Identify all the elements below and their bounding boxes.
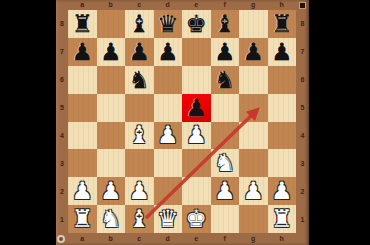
rank-label-4: 4 <box>56 122 68 150</box>
square-g4[interactable] <box>239 122 268 150</box>
rank-label-6: 6 <box>56 66 68 94</box>
rank-label-7: 7 <box>56 38 68 66</box>
file-label-h: h <box>268 0 297 10</box>
square-c2[interactable]: ♟ <box>125 177 154 205</box>
square-e7[interactable] <box>182 38 211 66</box>
piece-black-king: ♚ <box>185 12 207 36</box>
piece-black-pawn: ♟ <box>100 40 122 64</box>
square-e6[interactable] <box>182 66 211 94</box>
piece-black-queen: ♛ <box>157 12 179 36</box>
rank-labels-right: 87654321 <box>296 10 309 233</box>
square-f8[interactable]: ♝ <box>211 10 240 38</box>
square-f4[interactable] <box>211 122 240 150</box>
rank-label-2: 2 <box>296 177 309 205</box>
square-c1[interactable]: ♝ <box>125 205 154 233</box>
file-label-b: b <box>97 233 126 245</box>
square-c6[interactable]: ♞ <box>125 66 154 94</box>
square-c7[interactable]: ♟ <box>125 38 154 66</box>
piece-white-pawn: ♟ <box>185 123 207 147</box>
square-a8[interactable]: ♜ <box>68 10 97 38</box>
rank-label-2: 2 <box>56 177 68 205</box>
piece-white-knight: ♞ <box>100 207 122 231</box>
rank-label-1: 1 <box>56 205 68 233</box>
square-b1[interactable]: ♞ <box>97 205 126 233</box>
square-h1[interactable]: ♜ <box>268 205 297 233</box>
square-a6[interactable] <box>68 66 97 94</box>
square-b5[interactable] <box>97 94 126 122</box>
square-h5[interactable] <box>268 94 297 122</box>
square-d4[interactable]: ♟ <box>154 122 183 150</box>
square-d3[interactable] <box>154 149 183 177</box>
file-label-f: f <box>211 233 240 245</box>
rank-label-6: 6 <box>296 66 309 94</box>
square-f6[interactable]: ♞ <box>211 66 240 94</box>
piece-white-pawn: ♟ <box>242 179 264 203</box>
square-h2[interactable]: ♟ <box>268 177 297 205</box>
file-label-g: g <box>239 233 268 245</box>
square-g8[interactable] <box>239 10 268 38</box>
rank-labels-left: 87654321 <box>56 10 68 233</box>
rank-label-3: 3 <box>56 149 68 177</box>
square-b6[interactable] <box>97 66 126 94</box>
square-d7[interactable]: ♟ <box>154 38 183 66</box>
square-d5[interactable] <box>154 94 183 122</box>
square-e4[interactable]: ♟ <box>182 122 211 150</box>
square-f7[interactable]: ♟ <box>211 38 240 66</box>
file-label-a: a <box>68 0 97 10</box>
piece-black-pawn: ♟ <box>185 96 207 120</box>
file-label-a: a <box>68 233 97 245</box>
square-f5[interactable] <box>211 94 240 122</box>
square-g1[interactable] <box>239 205 268 233</box>
piece-black-pawn: ♟ <box>271 40 293 64</box>
piece-black-rook: ♜ <box>71 12 93 36</box>
chess-app: abcdefgh abcdefgh 87654321 87654321 ♜♝♛♚… <box>0 0 370 245</box>
square-b8[interactable] <box>97 10 126 38</box>
piece-white-pawn: ♟ <box>157 123 179 147</box>
square-h6[interactable] <box>268 66 297 94</box>
square-c5[interactable] <box>125 94 154 122</box>
square-e3[interactable] <box>182 149 211 177</box>
piece-white-king: ♚ <box>185 207 207 231</box>
file-label-e: e <box>182 233 211 245</box>
file-labels-top: abcdefgh <box>68 0 296 10</box>
piece-black-bishop: ♝ <box>214 12 236 36</box>
rank-label-8: 8 <box>56 10 68 38</box>
flip-board-icon[interactable] <box>57 235 65 243</box>
square-e1[interactable]: ♚ <box>182 205 211 233</box>
square-e2[interactable] <box>182 177 211 205</box>
rank-label-7: 7 <box>296 38 309 66</box>
file-label-e: e <box>182 0 211 10</box>
rank-label-5: 5 <box>296 94 309 122</box>
board-menu-icon[interactable] <box>299 2 306 9</box>
chess-board-frame: abcdefgh abcdefgh 87654321 87654321 ♜♝♛♚… <box>56 0 309 245</box>
file-label-h: h <box>268 233 297 245</box>
square-f2[interactable]: ♟ <box>211 177 240 205</box>
file-label-g: g <box>239 0 268 10</box>
piece-white-pawn: ♟ <box>71 179 93 203</box>
square-h3[interactable] <box>268 149 297 177</box>
square-d8[interactable]: ♛ <box>154 10 183 38</box>
square-c4[interactable]: ♝ <box>125 122 154 150</box>
rank-label-3: 3 <box>296 149 309 177</box>
square-a3[interactable] <box>68 149 97 177</box>
piece-black-knight: ♞ <box>214 68 236 92</box>
square-g2[interactable]: ♟ <box>239 177 268 205</box>
square-d6[interactable] <box>154 66 183 94</box>
rank-label-1: 1 <box>296 205 309 233</box>
rank-label-5: 5 <box>56 94 68 122</box>
piece-white-bishop: ♝ <box>128 207 150 231</box>
square-a4[interactable] <box>68 122 97 150</box>
file-label-c: c <box>125 233 154 245</box>
piece-white-pawn: ♟ <box>100 179 122 203</box>
square-h7[interactable]: ♟ <box>268 38 297 66</box>
square-f1[interactable] <box>211 205 240 233</box>
square-g3[interactable] <box>239 149 268 177</box>
square-a5[interactable] <box>68 94 97 122</box>
piece-black-knight: ♞ <box>128 68 150 92</box>
rank-label-8: 8 <box>296 10 309 38</box>
piece-black-pawn: ♟ <box>128 40 150 64</box>
piece-black-pawn: ♟ <box>242 40 264 64</box>
square-e8[interactable]: ♚ <box>182 10 211 38</box>
square-b2[interactable]: ♟ <box>97 177 126 205</box>
piece-white-pawn: ♟ <box>214 179 236 203</box>
piece-white-rook: ♜ <box>271 207 293 231</box>
piece-white-bishop: ♝ <box>128 123 150 147</box>
piece-white-pawn: ♟ <box>271 179 293 203</box>
square-a2[interactable]: ♟ <box>68 177 97 205</box>
square-h4[interactable] <box>268 122 297 150</box>
file-label-b: b <box>97 0 126 10</box>
chess-board[interactable]: ♜♝♛♚♝♜♟♟♟♟♟♟♟♞♞♟♝♟♟♞♟♟♟♟♟♟♜♞♝♛♚♜ <box>68 10 296 233</box>
square-h8[interactable]: ♜ <box>268 10 297 38</box>
square-f3[interactable]: ♞ <box>211 149 240 177</box>
square-a1[interactable]: ♜ <box>68 205 97 233</box>
square-b4[interactable] <box>97 122 126 150</box>
square-a7[interactable]: ♟ <box>68 38 97 66</box>
piece-white-knight: ♞ <box>214 151 236 175</box>
piece-black-pawn: ♟ <box>214 40 236 64</box>
rank-label-4: 4 <box>296 122 309 150</box>
piece-black-pawn: ♟ <box>157 40 179 64</box>
square-e5[interactable]: ♟ <box>182 94 211 122</box>
square-g5[interactable] <box>239 94 268 122</box>
piece-black-rook: ♜ <box>271 12 293 36</box>
square-g7[interactable]: ♟ <box>239 38 268 66</box>
square-b3[interactable] <box>97 149 126 177</box>
piece-white-queen: ♛ <box>157 207 179 231</box>
piece-black-pawn: ♟ <box>71 40 93 64</box>
piece-white-rook: ♜ <box>71 207 93 231</box>
file-label-f: f <box>211 0 240 10</box>
square-b7[interactable]: ♟ <box>97 38 126 66</box>
file-label-c: c <box>125 0 154 10</box>
square-c8[interactable]: ♝ <box>125 10 154 38</box>
piece-white-pawn: ♟ <box>128 179 150 203</box>
file-label-d: d <box>154 0 183 10</box>
square-d2[interactable] <box>154 177 183 205</box>
square-c3[interactable] <box>125 149 154 177</box>
piece-black-bishop: ♝ <box>128 12 150 36</box>
square-d1[interactable]: ♛ <box>154 205 183 233</box>
file-labels-bottom: abcdefgh <box>68 233 296 245</box>
square-g6[interactable] <box>239 66 268 94</box>
file-label-d: d <box>154 233 183 245</box>
